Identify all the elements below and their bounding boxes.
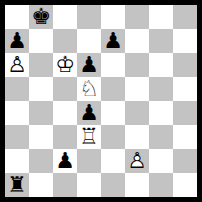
square-c6[interactable]: ♚♔ <box>53 53 77 77</box>
square-b5[interactable] <box>29 77 53 101</box>
square-d7[interactable] <box>77 29 101 53</box>
square-e5[interactable] <box>101 77 125 101</box>
square-h5[interactable] <box>173 77 197 101</box>
square-a7[interactable]: ♟ <box>5 29 29 53</box>
black-pawn-glyph: ♟ <box>77 53 101 77</box>
square-c3[interactable] <box>53 125 77 149</box>
square-f2[interactable]: ♟♙ <box>125 149 149 173</box>
square-c1[interactable] <box>53 173 77 197</box>
square-c7[interactable] <box>53 29 77 53</box>
black-rook-glyph: ♜ <box>5 173 29 197</box>
square-h6[interactable] <box>173 53 197 77</box>
square-h8[interactable] <box>173 5 197 29</box>
white-rook-outline: ♖ <box>77 125 101 149</box>
white-pawn-outline: ♙ <box>5 53 29 77</box>
square-c4[interactable] <box>53 101 77 125</box>
square-c8[interactable] <box>53 5 77 29</box>
square-h4[interactable] <box>173 101 197 125</box>
square-d5[interactable]: ♞♘ <box>77 77 101 101</box>
square-a6[interactable]: ♟♙ <box>5 53 29 77</box>
square-f6[interactable] <box>125 53 149 77</box>
square-e4[interactable] <box>101 101 125 125</box>
white-knight-outline: ♘ <box>77 77 101 101</box>
black-pawn-glyph: ♟ <box>53 149 77 173</box>
white-rook: ♜♖ <box>77 125 101 149</box>
white-knight: ♞♘ <box>77 77 101 101</box>
square-g4[interactable] <box>149 101 173 125</box>
square-a2[interactable] <box>5 149 29 173</box>
square-g7[interactable] <box>149 29 173 53</box>
square-b4[interactable] <box>29 101 53 125</box>
white-pawn: ♟♙ <box>125 149 149 173</box>
square-b1[interactable] <box>29 173 53 197</box>
black-pawn-glyph: ♟ <box>101 29 125 53</box>
black-pawn: ♟ <box>53 149 77 173</box>
white-pawn-outline: ♙ <box>125 149 149 173</box>
black-rook: ♜ <box>5 173 29 197</box>
black-pawn-glyph: ♟ <box>5 29 29 53</box>
square-c2[interactable]: ♟ <box>53 149 77 173</box>
white-pawn: ♟♙ <box>5 53 29 77</box>
square-a4[interactable] <box>5 101 29 125</box>
chess-board-frame: ♚♟♟♟♙♚♔♟♞♘♟♜♖♟♟♙♜ <box>0 0 202 202</box>
square-h7[interactable] <box>173 29 197 53</box>
square-g2[interactable] <box>149 149 173 173</box>
square-f4[interactable] <box>125 101 149 125</box>
square-d3[interactable]: ♜♖ <box>77 125 101 149</box>
square-e7[interactable]: ♟ <box>101 29 125 53</box>
square-a8[interactable] <box>5 5 29 29</box>
square-g8[interactable] <box>149 5 173 29</box>
square-e8[interactable] <box>101 5 125 29</box>
square-b3[interactable] <box>29 125 53 149</box>
black-pawn: ♟ <box>5 29 29 53</box>
square-e3[interactable] <box>101 125 125 149</box>
chess-board: ♚♟♟♟♙♚♔♟♞♘♟♜♖♟♟♙♜ <box>5 5 197 197</box>
square-f1[interactable] <box>125 173 149 197</box>
square-g5[interactable] <box>149 77 173 101</box>
square-h2[interactable] <box>173 149 197 173</box>
white-king: ♚♔ <box>53 53 77 77</box>
square-b7[interactable] <box>29 29 53 53</box>
square-f8[interactable] <box>125 5 149 29</box>
black-king: ♚ <box>29 5 53 29</box>
square-d6[interactable]: ♟ <box>77 53 101 77</box>
square-d8[interactable] <box>77 5 101 29</box>
square-f7[interactable] <box>125 29 149 53</box>
square-d1[interactable] <box>77 173 101 197</box>
square-g6[interactable] <box>149 53 173 77</box>
square-a5[interactable] <box>5 77 29 101</box>
black-pawn: ♟ <box>101 29 125 53</box>
square-h3[interactable] <box>173 125 197 149</box>
black-pawn: ♟ <box>77 101 101 125</box>
square-e6[interactable] <box>101 53 125 77</box>
square-b2[interactable] <box>29 149 53 173</box>
square-a1[interactable]: ♜ <box>5 173 29 197</box>
square-b6[interactable] <box>29 53 53 77</box>
square-d4[interactable]: ♟ <box>77 101 101 125</box>
square-c5[interactable] <box>53 77 77 101</box>
square-a3[interactable] <box>5 125 29 149</box>
black-king-glyph: ♚ <box>29 5 53 29</box>
square-e1[interactable] <box>101 173 125 197</box>
square-f3[interactable] <box>125 125 149 149</box>
square-g1[interactable] <box>149 173 173 197</box>
square-b8[interactable]: ♚ <box>29 5 53 29</box>
black-pawn: ♟ <box>77 53 101 77</box>
square-d2[interactable] <box>77 149 101 173</box>
black-pawn-glyph: ♟ <box>77 101 101 125</box>
white-king-outline: ♔ <box>53 53 77 77</box>
square-f5[interactable] <box>125 77 149 101</box>
square-e2[interactable] <box>101 149 125 173</box>
square-g3[interactable] <box>149 125 173 149</box>
square-h1[interactable] <box>173 173 197 197</box>
